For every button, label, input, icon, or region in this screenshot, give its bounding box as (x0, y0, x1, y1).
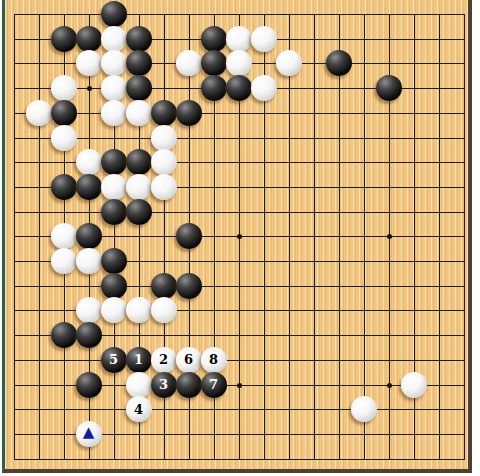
stone-white (76, 149, 102, 175)
stone-white (251, 26, 277, 52)
grid-line-horizontal (14, 212, 465, 213)
go-board[interactable]: 51268374▲ (2, 0, 472, 473)
stone-black (226, 75, 252, 101)
stone-white (401, 372, 427, 398)
move-number-label: 8 (209, 353, 218, 366)
move-number-label: 3 (159, 378, 168, 391)
stone-black (101, 149, 127, 175)
stone-black (51, 322, 77, 348)
stone-black (51, 26, 77, 52)
stone-white: 2 (151, 347, 177, 373)
grid-line-horizontal (14, 138, 465, 139)
move-number-label: 2 (159, 353, 168, 366)
stone-white (126, 100, 152, 126)
stone-black (51, 174, 77, 200)
stone-black (101, 273, 127, 299)
stone-white (101, 100, 127, 126)
stone-black (176, 100, 202, 126)
move-number-label: 6 (184, 353, 193, 366)
stone-white (101, 50, 127, 76)
stone-black (176, 273, 202, 299)
stone-black: 7 (201, 372, 227, 398)
stone-white (151, 125, 177, 151)
stone-white: 4 (126, 396, 152, 422)
stone-white (101, 26, 127, 52)
stone-white (226, 26, 252, 52)
stone-white (51, 248, 77, 274)
stone-black: 1 (126, 347, 152, 373)
stone-black (101, 1, 127, 27)
stone-black (126, 199, 152, 225)
stone-white (51, 75, 77, 101)
move-number-label: 7 (209, 378, 218, 391)
stone-white: ▲ (76, 421, 102, 447)
grid-line-horizontal (14, 14, 465, 15)
stone-white (226, 50, 252, 76)
move-number-label: 4 (134, 403, 143, 416)
stone-black: 5 (101, 347, 127, 373)
hoshi-point (87, 86, 92, 91)
hoshi-point (237, 383, 242, 388)
stone-white (101, 75, 127, 101)
stone-black (376, 75, 402, 101)
stone-black (126, 149, 152, 175)
grid-line-horizontal (14, 409, 465, 410)
stone-black (101, 248, 127, 274)
stone-white (151, 297, 177, 323)
stone-white (26, 100, 52, 126)
grid-line-horizontal (14, 113, 465, 114)
stone-black (151, 100, 177, 126)
stone-white (126, 297, 152, 323)
stone-black (201, 26, 227, 52)
stone-black: 3 (151, 372, 177, 398)
stone-black (76, 26, 102, 52)
stone-black (201, 75, 227, 101)
stone-white (126, 372, 152, 398)
stone-white (351, 396, 377, 422)
grid-line-horizontal (14, 459, 465, 460)
stone-white (51, 223, 77, 249)
stone-white: 6 (176, 347, 202, 373)
stone-black (326, 50, 352, 76)
grid-line-horizontal (14, 360, 465, 361)
stone-black (176, 372, 202, 398)
move-number-label: 1 (134, 353, 143, 366)
stone-black (151, 273, 177, 299)
hoshi-point (387, 234, 392, 239)
stone-black (126, 50, 152, 76)
stone-black (176, 223, 202, 249)
stone-white (251, 75, 277, 101)
stone-white (76, 297, 102, 323)
hoshi-point (237, 234, 242, 239)
stone-white: 8 (201, 347, 227, 373)
stone-white (126, 174, 152, 200)
stone-black (76, 372, 102, 398)
stone-white (76, 50, 102, 76)
stone-white (101, 174, 127, 200)
grid-line-horizontal (14, 286, 465, 287)
stone-white (51, 125, 77, 151)
stone-black (76, 174, 102, 200)
stone-white (176, 50, 202, 76)
stone-black (201, 50, 227, 76)
go-app-screenshot: { "game": "Go (19x19)", "board": { "size… (0, 0, 480, 476)
stone-black (126, 75, 152, 101)
stone-black (76, 223, 102, 249)
hoshi-point (387, 383, 392, 388)
stone-white (151, 149, 177, 175)
stone-white (151, 174, 177, 200)
stone-white (76, 248, 102, 274)
move-number-label: 5 (109, 353, 118, 366)
stone-black (126, 26, 152, 52)
triangle-marker: ▲ (83, 425, 95, 440)
stone-black (76, 322, 102, 348)
stone-black (51, 100, 77, 126)
stone-white (101, 297, 127, 323)
stone-black (101, 199, 127, 225)
stone-white (276, 50, 302, 76)
